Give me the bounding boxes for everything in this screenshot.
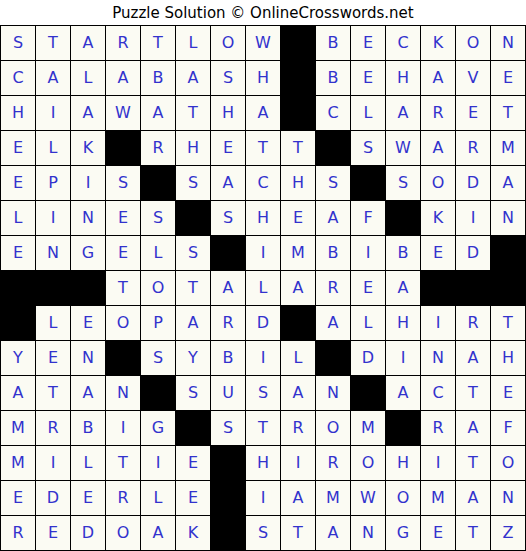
letter-cell-r5c14: D xyxy=(456,166,491,201)
letter-cell-r2c14: V xyxy=(456,61,491,96)
letter-cell-r9c3: E xyxy=(71,306,106,341)
letter-cell-r9c6: A xyxy=(176,306,211,341)
letter-cell-r12c8: T xyxy=(246,411,281,446)
letter-cell-r6c11: F xyxy=(351,201,386,236)
block-cell-r4c10 xyxy=(316,131,351,166)
letter-cell-r12c10: O xyxy=(316,411,351,446)
letter-cell-r4c5: R xyxy=(141,131,176,166)
letter-cell-r15c5: A xyxy=(141,516,176,551)
letter-cell-r9c5: P xyxy=(141,306,176,341)
letter-cell-r11c2: T xyxy=(36,376,71,411)
letter-cell-r5c7: A xyxy=(211,166,246,201)
letter-cell-r5c13: O xyxy=(421,166,456,201)
letter-cell-r12c11: M xyxy=(351,411,386,446)
block-cell-r12c6 xyxy=(176,411,211,446)
letter-cell-r5c4: S xyxy=(106,166,141,201)
letter-cell-r3c8: A xyxy=(246,96,281,131)
letter-cell-r6c3: N xyxy=(71,201,106,236)
letter-cell-r14c2: D xyxy=(36,481,71,516)
letter-cell-r4c15: M xyxy=(491,131,526,166)
letter-cell-r5c12: S xyxy=(386,166,421,201)
block-cell-r8c15 xyxy=(491,271,526,306)
letter-cell-r6c7: S xyxy=(211,201,246,236)
block-cell-r11c11 xyxy=(351,376,386,411)
letter-cell-r1c3: A xyxy=(71,26,106,61)
letter-cell-r5c8: C xyxy=(246,166,281,201)
letter-cell-r15c9: T xyxy=(281,516,316,551)
letter-cell-r3c15: T xyxy=(491,96,526,131)
letter-cell-r7c10: B xyxy=(316,236,351,271)
letter-cell-r8c10: R xyxy=(316,271,351,306)
block-cell-r8c14 xyxy=(456,271,491,306)
block-cell-r11c5 xyxy=(141,376,176,411)
letter-cell-r3c11: L xyxy=(351,96,386,131)
letter-cell-r5c2: P xyxy=(36,166,71,201)
letter-cell-r9c15: T xyxy=(491,306,526,341)
letter-cell-r15c1: R xyxy=(1,516,36,551)
letter-cell-r2c11: E xyxy=(351,61,386,96)
letter-cell-r11c12: A xyxy=(386,376,421,411)
letter-cell-r11c13: C xyxy=(421,376,456,411)
letter-cell-r8c6: T xyxy=(176,271,211,306)
letter-cell-r3c1: H xyxy=(1,96,36,131)
letter-cell-r2c6: A xyxy=(176,61,211,96)
letter-cell-r13c11: O xyxy=(351,446,386,481)
block-cell-r9c9 xyxy=(281,306,316,341)
block-cell-r4c4 xyxy=(106,131,141,166)
letter-cell-r8c7: A xyxy=(211,271,246,306)
letter-cell-r3c6: T xyxy=(176,96,211,131)
letter-cell-r1c2: T xyxy=(36,26,71,61)
letter-cell-r4c3: K xyxy=(71,131,106,166)
letter-cell-r3c4: W xyxy=(106,96,141,131)
letter-cell-r11c6: S xyxy=(176,376,211,411)
letter-cell-r2c4: A xyxy=(106,61,141,96)
letter-cell-r10c9: L xyxy=(281,341,316,376)
letter-cell-r12c7: S xyxy=(211,411,246,446)
letter-cell-r10c5: S xyxy=(141,341,176,376)
letter-cell-r14c3: E xyxy=(71,481,106,516)
letter-cell-r10c13: N xyxy=(421,341,456,376)
letter-cell-r13c5: I xyxy=(141,446,176,481)
letter-cell-r9c13: I xyxy=(421,306,456,341)
letter-cell-r14c10: M xyxy=(316,481,351,516)
letter-cell-r11c9: A xyxy=(281,376,316,411)
letter-cell-r11c7: U xyxy=(211,376,246,411)
letter-cell-r2c8: H xyxy=(246,61,281,96)
letter-cell-r13c12: H xyxy=(386,446,421,481)
letter-cell-r14c15: N xyxy=(491,481,526,516)
letter-cell-r4c2: L xyxy=(36,131,71,166)
letter-cell-r13c14: T xyxy=(456,446,491,481)
block-cell-r5c5 xyxy=(141,166,176,201)
puzzle-solution-page: Puzzle Solution © OnlineCrosswords.net S… xyxy=(0,0,526,551)
letter-cell-r12c14: A xyxy=(456,411,491,446)
letter-cell-r6c5: S xyxy=(141,201,176,236)
letter-cell-r15c4: O xyxy=(106,516,141,551)
letter-cell-r4c7: E xyxy=(211,131,246,166)
letter-cell-r5c10: S xyxy=(316,166,351,201)
letter-cell-r8c8: L xyxy=(246,271,281,306)
letter-cell-r13c13: I xyxy=(421,446,456,481)
letter-cell-r1c13: K xyxy=(421,26,456,61)
letter-cell-r2c5: B xyxy=(141,61,176,96)
letter-cell-r15c14: T xyxy=(456,516,491,551)
letter-cell-r13c2: I xyxy=(36,446,71,481)
letter-cell-r10c15: H xyxy=(491,341,526,376)
letter-cell-r7c6: S xyxy=(176,236,211,271)
block-cell-r3c9 xyxy=(281,96,316,131)
letter-cell-r8c4: T xyxy=(106,271,141,306)
letter-cell-r3c3: A xyxy=(71,96,106,131)
letter-cell-r7c14: D xyxy=(456,236,491,271)
letter-cell-r10c11: D xyxy=(351,341,386,376)
letter-cell-r5c6: S xyxy=(176,166,211,201)
block-cell-r9c1 xyxy=(1,306,36,341)
letter-cell-r15c10: A xyxy=(316,516,351,551)
letter-cell-r14c8: I xyxy=(246,481,281,516)
letter-cell-r6c15: N xyxy=(491,201,526,236)
letter-cell-r9c7: R xyxy=(211,306,246,341)
letter-cell-r7c11: I xyxy=(351,236,386,271)
letter-cell-r14c14: A xyxy=(456,481,491,516)
letter-cell-r7c5: L xyxy=(141,236,176,271)
letter-cell-r9c2: L xyxy=(36,306,71,341)
letter-cell-r6c4: E xyxy=(106,201,141,236)
letter-cell-r10c3: N xyxy=(71,341,106,376)
letter-cell-r7c9: M xyxy=(281,236,316,271)
letter-cell-r7c2: N xyxy=(36,236,71,271)
letter-cell-r4c11: S xyxy=(351,131,386,166)
letter-cell-r12c1: M xyxy=(1,411,36,446)
letter-cell-r10c1: Y xyxy=(1,341,36,376)
letter-cell-r15c6: K xyxy=(176,516,211,551)
letter-cell-r5c9: H xyxy=(281,166,316,201)
letter-cell-r1c11: E xyxy=(351,26,386,61)
letter-cell-r10c14: A xyxy=(456,341,491,376)
letter-cell-r2c7: S xyxy=(211,61,246,96)
block-cell-r8c3 xyxy=(71,271,106,306)
block-cell-r8c13 xyxy=(421,271,456,306)
letter-cell-r6c9: E xyxy=(281,201,316,236)
letter-cell-r15c3: D xyxy=(71,516,106,551)
letter-cell-r12c3: B xyxy=(71,411,106,446)
letter-cell-r3c10: C xyxy=(316,96,351,131)
letter-cell-r1c12: C xyxy=(386,26,421,61)
letter-cell-r2c10: B xyxy=(316,61,351,96)
letter-cell-r7c13: E xyxy=(421,236,456,271)
letter-cell-r1c4: R xyxy=(106,26,141,61)
letter-cell-r11c15: E xyxy=(491,376,526,411)
title-bar: Puzzle Solution © OnlineCrosswords.net xyxy=(0,0,526,25)
letter-cell-r1c10: B xyxy=(316,26,351,61)
letter-cell-r2c15: E xyxy=(491,61,526,96)
letter-cell-r10c2: E xyxy=(36,341,71,376)
letter-cell-r5c1: E xyxy=(1,166,36,201)
letter-cell-r11c10: N xyxy=(316,376,351,411)
letter-cell-r13c1: M xyxy=(1,446,36,481)
block-cell-r12c12 xyxy=(386,411,421,446)
block-cell-r7c7 xyxy=(211,236,246,271)
letter-cell-r3c12: A xyxy=(386,96,421,131)
letter-cell-r7c8: I xyxy=(246,236,281,271)
letter-cell-r2c12: H xyxy=(386,61,421,96)
letter-cell-r10c7: B xyxy=(211,341,246,376)
letter-cell-r11c14: T xyxy=(456,376,491,411)
block-cell-r2c9 xyxy=(281,61,316,96)
letter-cell-r15c11: N xyxy=(351,516,386,551)
letter-cell-r14c12: O xyxy=(386,481,421,516)
block-cell-r6c6 xyxy=(176,201,211,236)
letter-cell-r6c1: L xyxy=(1,201,36,236)
letter-cell-r6c2: I xyxy=(36,201,71,236)
letter-cell-r15c13: E xyxy=(421,516,456,551)
letter-cell-r13c8: H xyxy=(246,446,281,481)
letter-cell-r12c2: R xyxy=(36,411,71,446)
block-cell-r8c2 xyxy=(36,271,71,306)
letter-cell-r12c9: R xyxy=(281,411,316,446)
letter-cell-r1c6: L xyxy=(176,26,211,61)
letter-cell-r1c15: N xyxy=(491,26,526,61)
block-cell-r15c7 xyxy=(211,516,246,551)
letter-cell-r4c14: R xyxy=(456,131,491,166)
block-cell-r14c7 xyxy=(211,481,246,516)
letter-cell-r15c2: E xyxy=(36,516,71,551)
letter-cell-r4c9: T xyxy=(281,131,316,166)
letter-cell-r2c1: C xyxy=(1,61,36,96)
letter-cell-r2c13: A xyxy=(421,61,456,96)
letter-cell-r6c8: H xyxy=(246,201,281,236)
letter-cell-r10c6: Y xyxy=(176,341,211,376)
letter-cell-r3c5: A xyxy=(141,96,176,131)
block-cell-r10c10 xyxy=(316,341,351,376)
letter-cell-r1c1: S xyxy=(1,26,36,61)
block-cell-r8c1 xyxy=(1,271,36,306)
letter-cell-r1c14: O xyxy=(456,26,491,61)
block-cell-r1c9 xyxy=(281,26,316,61)
letter-cell-r15c15: Z xyxy=(491,516,526,551)
letter-cell-r4c13: A xyxy=(421,131,456,166)
letter-cell-r12c4: I xyxy=(106,411,141,446)
letter-cell-r13c3: L xyxy=(71,446,106,481)
letter-cell-r14c1: E xyxy=(1,481,36,516)
letter-cell-r3c13: R xyxy=(421,96,456,131)
letter-cell-r13c4: T xyxy=(106,446,141,481)
block-cell-r5c11 xyxy=(351,166,386,201)
letter-cell-r14c13: M xyxy=(421,481,456,516)
letter-cell-r4c1: E xyxy=(1,131,36,166)
block-cell-r10c4 xyxy=(106,341,141,376)
letter-cell-r13c6: E xyxy=(176,446,211,481)
letter-cell-r1c7: O xyxy=(211,26,246,61)
letter-cell-r2c2: A xyxy=(36,61,71,96)
letter-cell-r11c8: S xyxy=(246,376,281,411)
letter-cell-r4c8: T xyxy=(246,131,281,166)
letter-cell-r9c10: A xyxy=(316,306,351,341)
letter-cell-r4c12: W xyxy=(386,131,421,166)
letter-cell-r12c5: G xyxy=(141,411,176,446)
letter-cell-r8c11: E xyxy=(351,271,386,306)
letter-cell-r9c14: R xyxy=(456,306,491,341)
letter-cell-r14c9: A xyxy=(281,481,316,516)
letter-cell-r5c15: A xyxy=(491,166,526,201)
letter-cell-r12c15: F xyxy=(491,411,526,446)
letter-cell-r8c5: O xyxy=(141,271,176,306)
letter-cell-r10c12: I xyxy=(386,341,421,376)
letter-cell-r14c5: L xyxy=(141,481,176,516)
block-cell-r13c7 xyxy=(211,446,246,481)
letter-cell-r13c9: I xyxy=(281,446,316,481)
letter-cell-r13c10: R xyxy=(316,446,351,481)
letter-cell-r3c2: I xyxy=(36,96,71,131)
letter-cell-r8c12: A xyxy=(386,271,421,306)
letter-cell-r8c9: A xyxy=(281,271,316,306)
letter-cell-r11c3: A xyxy=(71,376,106,411)
block-cell-r7c15 xyxy=(491,236,526,271)
letter-cell-r12c13: R xyxy=(421,411,456,446)
letter-cell-r9c8: D xyxy=(246,306,281,341)
letter-cell-r14c4: R xyxy=(106,481,141,516)
letter-cell-r7c12: B xyxy=(386,236,421,271)
letter-cell-r3c14: E xyxy=(456,96,491,131)
letter-cell-r2c3: L xyxy=(71,61,106,96)
letter-cell-r7c1: E xyxy=(1,236,36,271)
letter-cell-r9c11: L xyxy=(351,306,386,341)
letter-cell-r6c10: A xyxy=(316,201,351,236)
letter-cell-r6c13: K xyxy=(421,201,456,236)
page-title: Puzzle Solution © OnlineCrosswords.net xyxy=(112,4,413,22)
letter-cell-r11c4: N xyxy=(106,376,141,411)
letter-cell-r4c6: H xyxy=(176,131,211,166)
letter-cell-r1c8: W xyxy=(246,26,281,61)
letter-cell-r14c6: E xyxy=(176,481,211,516)
letter-cell-r14c11: W xyxy=(351,481,386,516)
crossword-grid: STARTLOWBECKONCALABASHBEHAVEHIAWATHACLAR… xyxy=(0,25,526,551)
letter-cell-r3c7: H xyxy=(211,96,246,131)
letter-cell-r7c4: E xyxy=(106,236,141,271)
letter-cell-r15c8: S xyxy=(246,516,281,551)
letter-cell-r9c12: H xyxy=(386,306,421,341)
letter-cell-r10c8: I xyxy=(246,341,281,376)
letter-cell-r11c1: A xyxy=(1,376,36,411)
block-cell-r6c12 xyxy=(386,201,421,236)
letter-cell-r1c5: T xyxy=(141,26,176,61)
letter-cell-r5c3: I xyxy=(71,166,106,201)
letter-cell-r15c12: G xyxy=(386,516,421,551)
letter-cell-r9c4: O xyxy=(106,306,141,341)
letter-cell-r7c3: G xyxy=(71,236,106,271)
letter-cell-r6c14: I xyxy=(456,201,491,236)
letter-cell-r13c15: O xyxy=(491,446,526,481)
